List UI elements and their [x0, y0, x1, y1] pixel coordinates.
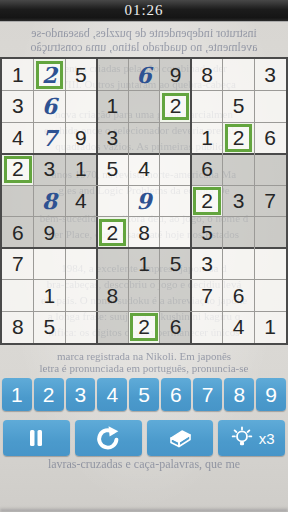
- cell-r5c2[interactable]: 8: [34, 185, 66, 217]
- cell-r6c1[interactable]: 6: [2, 217, 34, 249]
- sudoku-board: 1256983361254793126231546849237692857153…: [0, 57, 288, 345]
- cell-r3c8[interactable]: 2: [223, 122, 255, 154]
- cell-r3c6[interactable]: [160, 122, 192, 154]
- cell-r8c4[interactable]: 8: [97, 280, 129, 312]
- cell-r5c6[interactable]: [160, 185, 192, 217]
- cell-r8c1[interactable]: [2, 280, 34, 312]
- cell-r9c6[interactable]: 6: [160, 311, 192, 343]
- cell-r4c6[interactable]: [160, 154, 192, 186]
- texture-line: lavras-cruzadas e caça-palavras, que me: [0, 457, 288, 472]
- cell-r8c5[interactable]: [128, 280, 160, 312]
- timer-bar: 01:26: [0, 0, 288, 22]
- cell-r2c6[interactable]: 2: [160, 91, 192, 123]
- cell-r7c2[interactable]: [34, 248, 66, 280]
- cell-r7c9[interactable]: [254, 248, 286, 280]
- cell-r2c8[interactable]: 5: [223, 91, 255, 123]
- eraser-icon: [165, 425, 195, 451]
- cell-r4c5[interactable]: 4: [128, 154, 160, 186]
- hint-button[interactable]: x3: [218, 420, 285, 456]
- texture-line: instrutor independente de puzzles, basea…: [0, 26, 288, 41]
- cell-r1c8[interactable]: [223, 59, 255, 91]
- eraser-button[interactable]: [147, 420, 214, 456]
- cell-r4c3[interactable]: 1: [65, 154, 97, 186]
- cell-r9c1[interactable]: 8: [2, 311, 34, 343]
- cell-r6c3[interactable]: [65, 217, 97, 249]
- cell-r5c5[interactable]: 9: [128, 185, 160, 217]
- cell-r1c1[interactable]: 1: [2, 59, 34, 91]
- cell-r4c9[interactable]: [254, 154, 286, 186]
- cell-r9c5[interactable]: 2: [128, 311, 160, 343]
- bottom-shadow: [0, 507, 288, 512]
- cell-r3c4[interactable]: 3: [97, 122, 129, 154]
- cell-r2c1[interactable]: 3: [2, 91, 34, 123]
- cell-r9c4[interactable]: [97, 311, 129, 343]
- cell-r8c7[interactable]: 7: [191, 280, 223, 312]
- cell-r3c5[interactable]: [128, 122, 160, 154]
- cell-r7c6[interactable]: 5: [160, 248, 192, 280]
- cell-r9c7[interactable]: [191, 311, 223, 343]
- cell-r1c6[interactable]: 9: [160, 59, 192, 91]
- cell-r3c2[interactable]: 7: [34, 122, 66, 154]
- cell-r2c5[interactable]: [128, 91, 160, 123]
- cell-r9c3[interactable]: [65, 311, 97, 343]
- hint-count: x3: [259, 430, 275, 447]
- texture-line: letra é pronunciada em português, pronun…: [0, 362, 288, 374]
- pause-icon: [24, 426, 48, 450]
- cell-r3c3[interactable]: 9: [65, 122, 97, 154]
- cell-r7c5[interactable]: 1: [128, 248, 160, 280]
- cell-r9c2[interactable]: 5: [34, 311, 66, 343]
- cell-r2c4[interactable]: 1: [97, 91, 129, 123]
- cell-r9c9[interactable]: 1: [254, 311, 286, 343]
- cell-r5c4[interactable]: [97, 185, 129, 217]
- cell-r5c7[interactable]: 2: [191, 185, 223, 217]
- pause-button[interactable]: [3, 420, 70, 456]
- cell-r1c3[interactable]: 5: [65, 59, 97, 91]
- cell-r7c4[interactable]: [97, 248, 129, 280]
- cell-r5c8[interactable]: 3: [223, 185, 255, 217]
- cell-r1c5[interactable]: 6: [128, 59, 160, 91]
- cell-r5c9[interactable]: 7: [254, 185, 286, 217]
- cell-r6c5[interactable]: 8: [128, 217, 160, 249]
- cell-r9c8[interactable]: 4: [223, 311, 255, 343]
- cell-r1c7[interactable]: 8: [191, 59, 223, 91]
- numpad-key-9[interactable]: 9: [256, 378, 286, 411]
- cell-r3c9[interactable]: 6: [254, 122, 286, 154]
- cell-r3c7[interactable]: 1: [191, 122, 223, 154]
- cell-r4c8[interactable]: [223, 154, 255, 186]
- cell-r2c3[interactable]: [65, 91, 97, 123]
- cell-r4c1[interactable]: 2: [2, 154, 34, 186]
- cell-r6c9[interactable]: [254, 217, 286, 249]
- restart-icon: [95, 425, 121, 451]
- numpad-key-2[interactable]: 2: [34, 378, 64, 411]
- lightbulb-icon: [229, 425, 255, 451]
- cell-r6c4[interactable]: 2: [97, 217, 129, 249]
- numpad-key-4[interactable]: 4: [97, 378, 127, 411]
- cell-r5c1[interactable]: [2, 185, 34, 217]
- cell-r7c1[interactable]: 7: [2, 248, 34, 280]
- cell-r5c3[interactable]: 4: [65, 185, 97, 217]
- cell-r6c7[interactable]: 5: [191, 217, 223, 249]
- numpad-key-6[interactable]: 6: [161, 378, 191, 411]
- cell-r8c3[interactable]: [65, 280, 97, 312]
- restart-button[interactable]: [75, 420, 142, 456]
- numpad-key-8[interactable]: 8: [224, 378, 254, 411]
- control-bar: x3: [3, 420, 285, 456]
- cell-r6c6[interactable]: [160, 217, 192, 249]
- cell-r3c1[interactable]: 4: [2, 122, 34, 154]
- cell-r6c8[interactable]: [223, 217, 255, 249]
- cell-r2c2[interactable]: 6: [34, 91, 66, 123]
- numpad-key-5[interactable]: 5: [129, 378, 159, 411]
- numpad-key-3[interactable]: 3: [66, 378, 96, 411]
- cell-r8c8[interactable]: 6: [223, 280, 255, 312]
- cell-r7c3[interactable]: [65, 248, 97, 280]
- numpad-key-1[interactable]: 1: [2, 378, 32, 411]
- cell-r2c7[interactable]: [191, 91, 223, 123]
- cell-r7c7[interactable]: 3: [191, 248, 223, 280]
- texture-line: marca registrada na Nikoli. Em japonês: [0, 350, 288, 362]
- cell-r6c2[interactable]: 9: [34, 217, 66, 249]
- sudoku-cells: 1256983361254793126231546849237692857153…: [2, 59, 286, 343]
- texture-line: avelmente, no quadrado latino, uma const…: [0, 40, 288, 55]
- sudoku-app-screen: instrutor independente de puzzles, basea…: [0, 0, 288, 512]
- timer-value: 01:26: [124, 2, 163, 19]
- number-pad: 123456789: [2, 378, 286, 411]
- cell-r1c2[interactable]: 2: [34, 59, 66, 91]
- cell-r4c4[interactable]: 5: [97, 154, 129, 186]
- cell-r7c8[interactable]: [223, 248, 255, 280]
- cell-r8c6[interactable]: [160, 280, 192, 312]
- cell-r8c2[interactable]: 1: [34, 280, 66, 312]
- cell-r1c4[interactable]: [97, 59, 129, 91]
- numpad-key-7[interactable]: 7: [193, 378, 223, 411]
- cell-r2c9[interactable]: [254, 91, 286, 123]
- cell-r4c7[interactable]: 6: [191, 154, 223, 186]
- cell-r1c9[interactable]: 3: [254, 59, 286, 91]
- cell-r8c9[interactable]: [254, 280, 286, 312]
- cell-r4c2[interactable]: 3: [34, 154, 66, 186]
